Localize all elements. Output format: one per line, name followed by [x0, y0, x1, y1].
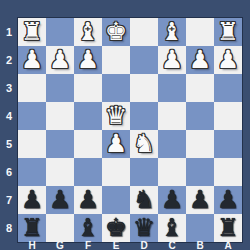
file-label-d: D	[130, 241, 158, 250]
square-c2[interactable]: ♟	[158, 46, 186, 74]
file-label-e: E	[102, 241, 130, 250]
square-b1[interactable]	[186, 18, 214, 46]
square-g1[interactable]	[46, 18, 74, 46]
square-h7[interactable]: ♟	[18, 186, 46, 214]
file-label-a: A	[214, 241, 242, 250]
square-a1[interactable]: ♜	[214, 18, 242, 46]
file-label-h: H	[18, 241, 46, 250]
piece-black-king-e8[interactable]: ♚	[105, 214, 127, 242]
square-e3[interactable]	[102, 74, 130, 102]
square-a4[interactable]	[214, 102, 242, 130]
piece-white-king-e1[interactable]: ♚	[105, 18, 127, 46]
square-a8[interactable]: ♜	[214, 214, 242, 242]
square-b3[interactable]	[186, 74, 214, 102]
square-f2[interactable]: ♟	[74, 46, 102, 74]
piece-white-bishop-f1[interactable]: ♝	[77, 18, 99, 46]
piece-white-pawn-h2[interactable]: ♟	[21, 46, 43, 74]
file-label-g: G	[46, 241, 74, 250]
square-g5[interactable]	[46, 130, 74, 158]
square-d6[interactable]	[130, 158, 158, 186]
file-label-b: B	[186, 241, 214, 250]
piece-white-pawn-b2[interactable]: ♟	[189, 46, 211, 74]
file-label-c: C	[158, 241, 186, 250]
piece-black-bishop-f8[interactable]: ♝	[77, 214, 99, 242]
square-c8[interactable]: ♝	[158, 214, 186, 242]
file-labels: HGFEDCBA	[18, 241, 242, 250]
square-b5[interactable]	[186, 130, 214, 158]
piece-black-queen-d8[interactable]: ♛	[133, 214, 155, 242]
square-a2[interactable]: ♟	[214, 46, 242, 74]
piece-black-pawn-f7[interactable]: ♟	[77, 186, 99, 214]
square-d1[interactable]	[130, 18, 158, 46]
piece-white-bishop-c1[interactable]: ♝	[161, 18, 183, 46]
square-f7[interactable]: ♟	[74, 186, 102, 214]
square-c3[interactable]	[158, 74, 186, 102]
square-g2[interactable]: ♟	[46, 46, 74, 74]
square-e7[interactable]	[102, 186, 130, 214]
piece-white-pawn-c2[interactable]: ♟	[161, 46, 183, 74]
rank-label-5: 5	[0, 130, 18, 158]
square-f4[interactable]	[74, 102, 102, 130]
rank-label-4: 4	[0, 102, 18, 130]
piece-black-rook-a8[interactable]: ♜	[217, 214, 239, 242]
rank-labels: 12345678	[0, 18, 18, 242]
square-f5[interactable]	[74, 130, 102, 158]
square-g7[interactable]: ♟	[46, 186, 74, 214]
square-c6[interactable]	[158, 158, 186, 186]
piece-white-rook-h1[interactable]: ♜	[21, 18, 43, 46]
piece-white-knight-d5[interactable]: ♞	[133, 130, 155, 158]
piece-white-pawn-g2[interactable]: ♟	[49, 46, 71, 74]
square-c5[interactable]	[158, 130, 186, 158]
square-d7[interactable]: ♞	[130, 186, 158, 214]
square-e5[interactable]: ♟	[102, 130, 130, 158]
piece-black-pawn-a7[interactable]: ♟	[217, 186, 239, 214]
square-a3[interactable]	[214, 74, 242, 102]
piece-white-queen-e4[interactable]: ♛	[105, 102, 127, 130]
square-h5[interactable]	[18, 130, 46, 158]
square-h4[interactable]	[18, 102, 46, 130]
rank-label-6: 6	[0, 158, 18, 186]
square-f3[interactable]	[74, 74, 102, 102]
rank-label-8: 8	[0, 214, 18, 242]
piece-white-pawn-e5[interactable]: ♟	[105, 130, 127, 158]
rank-label-3: 3	[0, 74, 18, 102]
square-f8[interactable]: ♝	[74, 214, 102, 242]
square-b8[interactable]	[186, 214, 214, 242]
square-d3[interactable]	[130, 74, 158, 102]
piece-white-pawn-a2[interactable]: ♟	[217, 46, 239, 74]
square-c4[interactable]	[158, 102, 186, 130]
square-h1[interactable]: ♜	[18, 18, 46, 46]
piece-black-pawn-g7[interactable]: ♟	[49, 186, 71, 214]
square-a7[interactable]: ♟	[214, 186, 242, 214]
square-c1[interactable]: ♝	[158, 18, 186, 46]
square-e6[interactable]	[102, 158, 130, 186]
square-f1[interactable]: ♝	[74, 18, 102, 46]
square-g8[interactable]	[46, 214, 74, 242]
square-h2[interactable]: ♟	[18, 46, 46, 74]
piece-black-pawn-b7[interactable]: ♟	[189, 186, 211, 214]
square-h3[interactable]	[18, 74, 46, 102]
piece-white-rook-a1[interactable]: ♜	[217, 18, 239, 46]
chess-diagram: 12345678 ♜♝♚♝♜♟♟♟♟♟♟♛♟♞♟♟♟♞♟♟♟♜♝♚♛♝♜ HGF…	[0, 0, 250, 250]
piece-black-pawn-h7[interactable]: ♟	[21, 186, 43, 214]
square-e4[interactable]: ♛	[102, 102, 130, 130]
rank-label-2: 2	[0, 46, 18, 74]
square-b4[interactable]	[186, 102, 214, 130]
chessboard: ♜♝♚♝♜♟♟♟♟♟♟♛♟♞♟♟♟♞♟♟♟♜♝♚♛♝♜	[18, 18, 242, 242]
square-a6[interactable]	[214, 158, 242, 186]
piece-white-pawn-f2[interactable]: ♟	[77, 46, 99, 74]
rank-label-7: 7	[0, 186, 18, 214]
square-a5[interactable]	[214, 130, 242, 158]
square-f6[interactable]	[74, 158, 102, 186]
square-h8[interactable]: ♜	[18, 214, 46, 242]
square-h6[interactable]	[18, 158, 46, 186]
square-g3[interactable]	[46, 74, 74, 102]
square-b2[interactable]: ♟	[186, 46, 214, 74]
piece-black-knight-d7[interactable]: ♞	[133, 186, 155, 214]
square-d2[interactable]	[130, 46, 158, 74]
square-b7[interactable]: ♟	[186, 186, 214, 214]
piece-black-rook-h8[interactable]: ♜	[21, 214, 43, 242]
square-g4[interactable]	[46, 102, 74, 130]
piece-black-bishop-c8[interactable]: ♝	[161, 214, 183, 242]
square-g6[interactable]	[46, 158, 74, 186]
square-e1[interactable]: ♚	[102, 18, 130, 46]
piece-black-pawn-c7[interactable]: ♟	[161, 186, 183, 214]
rank-label-1: 1	[0, 18, 18, 46]
square-d5[interactable]: ♞	[130, 130, 158, 158]
square-d8[interactable]: ♛	[130, 214, 158, 242]
square-e2[interactable]	[102, 46, 130, 74]
square-d4[interactable]	[130, 102, 158, 130]
square-b6[interactable]	[186, 158, 214, 186]
square-c7[interactable]: ♟	[158, 186, 186, 214]
square-e8[interactable]: ♚	[102, 214, 130, 242]
file-label-f: F	[74, 241, 102, 250]
